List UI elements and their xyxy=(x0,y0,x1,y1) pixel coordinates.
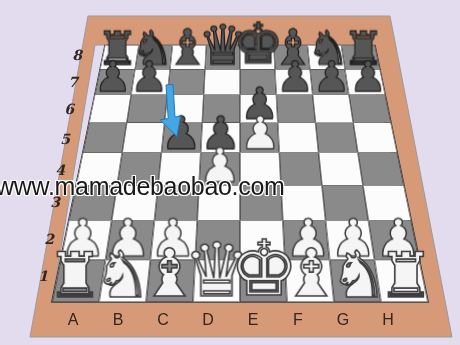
square-c5[interactable]: ♟ xyxy=(161,123,202,153)
square-f6[interactable] xyxy=(276,95,315,123)
square-f5[interactable] xyxy=(278,123,319,153)
white-pawn-e5[interactable]: ♟ xyxy=(239,111,280,156)
black-pawn-g7[interactable]: ♟ xyxy=(312,56,350,98)
rank-label-6: 6 xyxy=(64,101,74,117)
square-h1[interactable]: ♜ xyxy=(374,259,428,302)
square-g5[interactable] xyxy=(315,123,357,153)
square-a6[interactable] xyxy=(89,95,131,123)
file-label-d: D xyxy=(202,311,214,329)
square-a7[interactable]: ♟ xyxy=(95,69,135,95)
square-h5[interactable] xyxy=(353,123,397,153)
file-label-h: H xyxy=(382,311,394,329)
watermark: www.mamadebaobao.com xyxy=(0,172,285,201)
rank-label-7: 7 xyxy=(68,74,78,90)
square-e5[interactable]: ♟ xyxy=(240,123,279,153)
file-label-c: C xyxy=(157,311,169,329)
rank-label-5: 5 xyxy=(60,131,70,147)
black-pawn-a7[interactable]: ♟ xyxy=(94,56,132,98)
square-g1[interactable]: ♞ xyxy=(330,259,381,302)
square-g7[interactable]: ♟ xyxy=(310,69,349,95)
square-e8[interactable]: ♚ xyxy=(240,45,275,69)
white-rook-h1[interactable]: ♜ xyxy=(377,245,433,307)
rank-label-1: 1 xyxy=(38,268,48,284)
square-b7[interactable]: ♟ xyxy=(131,69,170,95)
chess-scene: ♜♞♝♛♚♝♞♜♟♟♟♟♟♟♟♟♟♟♟♟♟♟♟♟♜♞♝♛♚♝♞♜ 8765432… xyxy=(0,0,460,345)
file-label-a: A xyxy=(68,311,79,329)
black-pawn-c5[interactable]: ♟ xyxy=(160,111,201,156)
square-d7[interactable] xyxy=(204,69,240,95)
square-b5[interactable] xyxy=(122,123,164,153)
rank-label-8: 8 xyxy=(72,47,82,63)
black-pawn-f7[interactable]: ♟ xyxy=(276,56,314,98)
file-label-f: F xyxy=(293,311,303,329)
square-g6[interactable] xyxy=(313,95,354,123)
file-label-g: G xyxy=(337,311,349,329)
square-g4[interactable] xyxy=(319,153,363,186)
square-a5[interactable] xyxy=(83,123,127,153)
black-pawn-h7[interactable]: ♟ xyxy=(349,56,387,98)
square-h4[interactable] xyxy=(358,153,404,186)
rank-label-2: 2 xyxy=(44,231,54,247)
square-e1[interactable]: ♚ xyxy=(240,259,287,302)
square-h6[interactable] xyxy=(349,95,391,123)
square-f7[interactable]: ♟ xyxy=(275,69,313,95)
square-c7[interactable] xyxy=(167,69,205,95)
square-h7[interactable]: ♟ xyxy=(345,69,385,95)
file-label-b: B xyxy=(113,311,124,329)
black-pawn-b7[interactable]: ♟ xyxy=(130,56,168,98)
square-f1[interactable]: ♝ xyxy=(285,259,334,302)
square-f4[interactable] xyxy=(279,153,322,186)
file-label-e: E xyxy=(248,311,259,329)
